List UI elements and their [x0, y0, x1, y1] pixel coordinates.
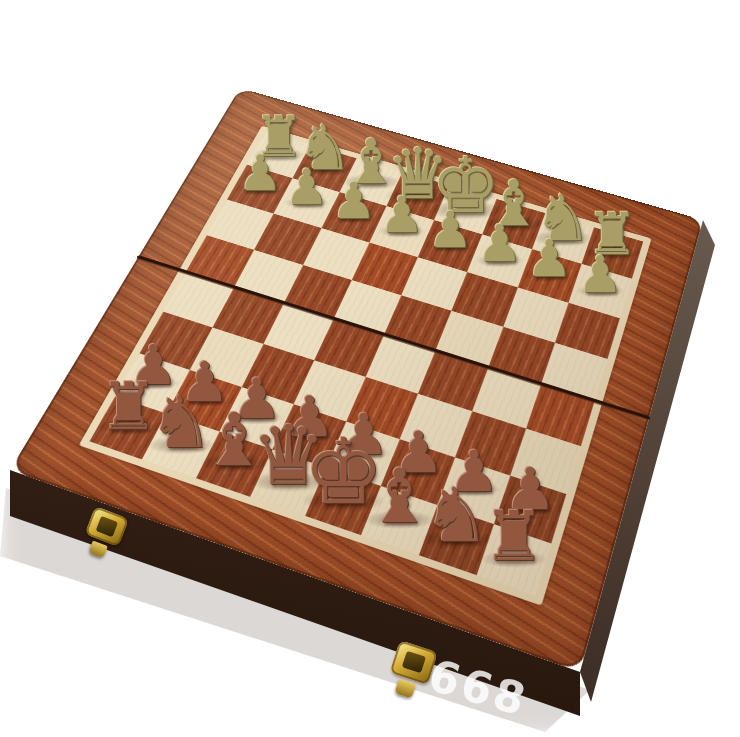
brass-pawn-icon: ♟	[577, 249, 623, 300]
brass-pawn-icon: ♟	[428, 205, 473, 255]
brass-pawn-icon: ♟	[527, 234, 573, 285]
product-photo-stage: 668 ♜♞♝♛♚♝♞♜♟♟♟♟♟♟♟♟♟♟♟♟♟♟♟♟♜♞♝♛♚♝♞♜	[0, 0, 740, 737]
brass-pawn-icon: ♟	[332, 176, 377, 226]
brass-pawn-icon: ♟	[477, 219, 523, 270]
brass-pawn-icon: ♟	[285, 163, 329, 212]
pieces-layer: ♜♞♝♛♚♝♞♜♟♟♟♟♟♟♟♟♟♟♟♟♟♟♟♟♜♞♝♛♚♝♞♜	[0, 0, 740, 737]
copper-rook-icon: ♜	[483, 502, 545, 571]
copper-knight-icon: ♞	[423, 478, 490, 553]
brass-pawn-icon: ♟	[238, 149, 282, 198]
brass-pawn-icon: ♟	[379, 190, 424, 240]
